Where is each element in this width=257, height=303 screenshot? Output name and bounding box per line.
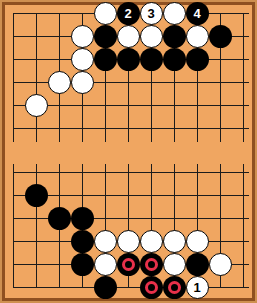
white-stone [94, 230, 117, 253]
empty-point [2, 253, 25, 276]
empty-point [2, 2, 25, 25]
empty-point [48, 276, 71, 299]
empty-point [25, 25, 48, 48]
black-stone-point [71, 207, 94, 230]
empty-point [117, 207, 140, 230]
empty-point [209, 276, 232, 299]
empty-point [48, 184, 71, 207]
empty-point [140, 71, 163, 94]
empty-point [232, 253, 255, 276]
stone-number-label: 2 [124, 7, 131, 20]
empty-point [25, 207, 48, 230]
black-stone [94, 25, 117, 48]
empty-point [2, 94, 25, 117]
black-stone-point [94, 25, 117, 48]
empty-point [48, 94, 71, 117]
empty-point [209, 117, 232, 140]
black-stone-point [163, 25, 186, 48]
empty-point [71, 2, 94, 25]
empty-point [71, 276, 94, 299]
empty-point [117, 161, 140, 184]
white-stone [163, 2, 186, 25]
white-stone [25, 94, 48, 117]
black-stone [163, 276, 186, 299]
white-stone-point [163, 2, 186, 25]
white-stone-point [71, 48, 94, 71]
white-stone [186, 25, 209, 48]
black-stone [140, 276, 163, 299]
white-stone-point [94, 2, 117, 25]
black-stone [117, 253, 140, 276]
empty-point [48, 117, 71, 140]
white-stone [140, 25, 163, 48]
empty-point [163, 207, 186, 230]
black-stone [186, 48, 209, 71]
empty-point [232, 207, 255, 230]
black-stone-point [163, 48, 186, 71]
black-stone [71, 230, 94, 253]
empty-point [2, 48, 25, 71]
black-stone-point [117, 253, 140, 276]
empty-point [163, 184, 186, 207]
white-stone [117, 25, 140, 48]
black-stone-point: 2 [117, 2, 140, 25]
empty-point [117, 117, 140, 140]
white-stone-point [186, 230, 209, 253]
empty-point [232, 71, 255, 94]
empty-point [140, 207, 163, 230]
empty-point [209, 230, 232, 253]
empty-point [71, 184, 94, 207]
black-stone-point [186, 48, 209, 71]
stone-number-label: 1 [193, 281, 200, 294]
white-stone-point [94, 230, 117, 253]
empty-point [232, 276, 255, 299]
black-stone [48, 207, 71, 230]
empty-point [117, 276, 140, 299]
empty-point [163, 71, 186, 94]
black-stone-point [71, 253, 94, 276]
empty-point [232, 2, 255, 25]
white-stone [209, 253, 232, 276]
empty-point [48, 161, 71, 184]
white-stone [48, 71, 71, 94]
empty-point [48, 25, 71, 48]
empty-point [232, 184, 255, 207]
empty-point [2, 184, 25, 207]
empty-point [2, 117, 25, 140]
empty-point [209, 184, 232, 207]
empty-point [25, 253, 48, 276]
empty-point [140, 161, 163, 184]
white-stone [71, 71, 94, 94]
empty-point [25, 48, 48, 71]
red-circle-mark [145, 281, 158, 294]
empty-point [25, 71, 48, 94]
empty-point [25, 2, 48, 25]
empty-point [186, 207, 209, 230]
empty-point [2, 25, 25, 48]
white-stone-point [71, 71, 94, 94]
black-stone [71, 253, 94, 276]
black-stone [186, 253, 209, 276]
white-stone [186, 230, 209, 253]
empty-point [94, 71, 117, 94]
empty-point [71, 117, 94, 140]
empty-point [94, 207, 117, 230]
white-stone-point [94, 253, 117, 276]
black-stone-point [94, 276, 117, 299]
black-stone: 2 [117, 2, 140, 25]
empty-point [186, 71, 209, 94]
empty-point [186, 117, 209, 140]
black-stone-point [48, 207, 71, 230]
empty-point [232, 117, 255, 140]
black-stone-point [163, 276, 186, 299]
empty-point [25, 117, 48, 140]
red-circle-mark [168, 281, 181, 294]
empty-point [2, 71, 25, 94]
black-stone [94, 276, 117, 299]
empty-point [209, 48, 232, 71]
black-stone [25, 184, 48, 207]
empty-point [48, 48, 71, 71]
goban-panel: 234 1 [0, 0, 257, 303]
black-stone-point [140, 276, 163, 299]
empty-point [232, 25, 255, 48]
empty-point [232, 161, 255, 184]
stone-number-label: 3 [147, 7, 154, 20]
empty-point [94, 184, 117, 207]
empty-point [94, 94, 117, 117]
empty-point [2, 276, 25, 299]
black-stone [163, 48, 186, 71]
empty-point [117, 71, 140, 94]
empty-point [71, 161, 94, 184]
empty-point [25, 161, 48, 184]
empty-point [209, 2, 232, 25]
white-stone-point [186, 25, 209, 48]
black-stone-point [71, 230, 94, 253]
bottom-diagram-stones-grid: 1 [2, 161, 255, 299]
black-stone [140, 48, 163, 71]
black-stone: 4 [186, 2, 209, 25]
black-stone-point [117, 48, 140, 71]
red-circle-mark [122, 258, 135, 271]
white-stone-point [25, 94, 48, 117]
white-stone-point [163, 253, 186, 276]
empty-point [163, 117, 186, 140]
empty-point [94, 161, 117, 184]
white-stone-point [209, 253, 232, 276]
empty-point [94, 117, 117, 140]
white-stone-point [71, 25, 94, 48]
white-stone [94, 2, 117, 25]
white-stone-point [140, 230, 163, 253]
black-stone-point [140, 253, 163, 276]
empty-point [71, 94, 94, 117]
black-stone-point [25, 184, 48, 207]
empty-point [163, 161, 186, 184]
white-stone-point [140, 25, 163, 48]
black-stone [71, 207, 94, 230]
white-stone [71, 48, 94, 71]
white-stone: 3 [140, 2, 163, 25]
black-stone [209, 25, 232, 48]
empty-point [48, 253, 71, 276]
empty-point [2, 207, 25, 230]
empty-point [186, 161, 209, 184]
top-diagram-stones-grid: 234 [2, 2, 255, 140]
empty-point [2, 161, 25, 184]
empty-point [186, 184, 209, 207]
red-circle-mark [145, 258, 158, 271]
white-stone [163, 230, 186, 253]
empty-point [25, 276, 48, 299]
empty-point [25, 230, 48, 253]
empty-point [232, 230, 255, 253]
white-stone [117, 230, 140, 253]
empty-point [163, 94, 186, 117]
empty-point [209, 161, 232, 184]
white-stone [71, 25, 94, 48]
empty-point [140, 117, 163, 140]
empty-point [140, 184, 163, 207]
white-stone-point [117, 25, 140, 48]
black-stone-point [140, 48, 163, 71]
black-stone-point [209, 25, 232, 48]
empty-point [2, 230, 25, 253]
white-stone-point: 1 [186, 276, 209, 299]
empty-point [48, 2, 71, 25]
black-stone [117, 48, 140, 71]
white-stone [163, 253, 186, 276]
empty-point [232, 94, 255, 117]
white-stone: 1 [186, 276, 209, 299]
white-stone-point [48, 71, 71, 94]
empty-point [48, 230, 71, 253]
empty-point [140, 94, 163, 117]
black-stone-point [186, 253, 209, 276]
empty-point [186, 94, 209, 117]
empty-point [117, 184, 140, 207]
black-stone [163, 25, 186, 48]
white-stone-point [163, 230, 186, 253]
black-stone [140, 253, 163, 276]
empty-point [209, 207, 232, 230]
white-stone [140, 230, 163, 253]
empty-point [209, 94, 232, 117]
empty-point [232, 48, 255, 71]
white-stone-point: 3 [140, 2, 163, 25]
empty-point [117, 94, 140, 117]
black-stone-point [94, 48, 117, 71]
empty-point [209, 71, 232, 94]
white-stone-point [117, 230, 140, 253]
black-stone-point: 4 [186, 2, 209, 25]
stone-number-label: 4 [193, 7, 200, 20]
white-stone [94, 253, 117, 276]
black-stone [94, 48, 117, 71]
